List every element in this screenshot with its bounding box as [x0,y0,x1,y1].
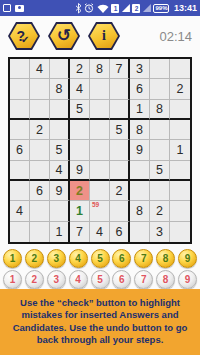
cell-r3c3[interactable] [50,100,70,120]
cell-r1c5[interactable]: 8 [90,59,110,79]
game-timer: 02:14 [159,29,192,44]
cell-r9c4[interactable]: 7 [70,222,90,242]
cell-r8c4[interactable]: 1 [70,201,90,221]
cell-r4c4[interactable] [70,120,90,140]
wifi-icon [97,4,109,13]
cell-r3c6[interactable] [110,100,130,120]
cell-r7c9[interactable] [170,181,190,201]
cell-r7c8[interactable] [150,181,170,201]
cell-r8c7[interactable]: 8 [130,201,150,221]
candidate-button-2[interactable]: 2 [25,270,44,289]
cell-r5c3[interactable]: 5 [50,140,70,160]
cell-r6c7[interactable] [130,161,150,181]
answer-button-8[interactable]: 8 [156,249,175,268]
cell-r5c7[interactable]: 9 [130,140,150,160]
cell-r2c1[interactable] [10,79,30,99]
info-button[interactable]: i [88,22,120,50]
cell-r7c5[interactable] [90,181,110,201]
instruction-footer: Use the “check” button to highlight mist… [0,289,200,355]
cell-r9c6[interactable]: 6 [110,222,130,242]
cell-r2c6[interactable] [110,79,130,99]
check-button[interactable]: ? ✔ [8,22,40,50]
cell-r5c4[interactable] [70,140,90,160]
answer-button-5[interactable]: 5 [91,249,110,268]
cell-r8c9[interactable] [170,201,190,221]
checkmark-icon: ✔ [21,34,29,45]
cell-r7c4[interactable]: 2 [70,181,90,201]
signal1-icon [122,4,130,12]
answer-button-1[interactable]: 1 [3,249,22,268]
sim1-icon: 1 [111,4,119,13]
cell-r6c6[interactable] [110,161,130,181]
candidate-button-4[interactable]: 4 [69,270,88,289]
cell-r6c9[interactable] [170,161,190,181]
candidate-button-5[interactable]: 5 [91,270,110,289]
cell-r9c2[interactable] [30,222,50,242]
answer-button-9[interactable]: 9 [178,249,197,268]
info-icon: i [102,28,106,44]
cell-r6c8[interactable]: 5 [150,161,170,181]
cell-r7c7[interactable] [130,181,150,201]
answer-button-3[interactable]: 3 [47,249,66,268]
cell-r2c3[interactable]: 8 [50,79,70,99]
candidate-button-6[interactable]: 6 [112,270,131,289]
cell-r3c8[interactable]: 8 [150,100,170,120]
cell-r2c7[interactable]: 6 [130,79,150,99]
cell-r3c1[interactable] [10,100,30,120]
cell-r1c1[interactable] [10,59,30,79]
cell-r6c1[interactable] [10,161,30,181]
answer-buttons-row: 123456789 [0,249,200,268]
cell-r6c2[interactable] [30,161,50,181]
cell-r8c3[interactable] [50,201,70,221]
candidate-button-3[interactable]: 3 [47,270,66,289]
cell-r1c7[interactable]: 3 [130,59,150,79]
cell-r9c5[interactable]: 4 [90,222,110,242]
cell-r1c8[interactable] [150,59,170,79]
grid-wrapper: 4287384625182586591495692241598217463 [0,56,200,244]
cell-r6c5[interactable] [90,161,110,181]
cell-r4c3[interactable] [50,120,70,140]
candidate-buttons-row: 123456789 [0,270,200,289]
cell-r1c2[interactable]: 4 [30,59,50,79]
answer-button-6[interactable]: 6 [112,249,131,268]
cell-r4c2[interactable]: 2 [30,120,50,140]
cell-r7c2[interactable]: 6 [30,181,50,201]
cell-r1c6[interactable]: 7 [110,59,130,79]
cell-r2c4[interactable]: 4 [70,79,90,99]
cell-r4c7[interactable]: 8 [130,120,150,140]
cell-r8c8[interactable]: 2 [150,201,170,221]
cell-r9c9[interactable] [170,222,190,242]
cell-r5c6[interactable] [110,140,130,160]
cell-r1c9[interactable] [170,59,190,79]
status-time: 13:41 [174,3,197,13]
candidate-button-1[interactable]: 1 [3,270,22,289]
cell-r8c6[interactable] [110,201,130,221]
cell-r4c6[interactable]: 5 [110,120,130,140]
screenshot-icon [3,4,11,12]
cell-r1c4[interactable]: 2 [70,59,90,79]
cell-r9c1[interactable] [10,222,30,242]
cell-r8c2[interactable] [30,201,50,221]
cell-r4c9[interactable] [170,120,190,140]
cell-r7c6[interactable]: 2 [110,181,130,201]
cell-r6c3[interactable]: 4 [50,161,70,181]
undo-arrow-icon: ↺ [57,27,71,44]
status-bar: 1 2 99% 13:41 [0,0,200,16]
cell-r9c3[interactable]: 1 [50,222,70,242]
cell-r4c8[interactable] [150,120,170,140]
signal2-icon [143,4,151,12]
cell-r5c2[interactable] [30,140,50,160]
cell-r4c1[interactable] [10,120,30,140]
cell-r3c9[interactable] [170,100,190,120]
candidate-button-7[interactable]: 7 [134,270,153,289]
candidate-button-8[interactable]: 8 [156,270,175,289]
cell-r3c2[interactable] [30,100,50,120]
cell-r7c3[interactable]: 9 [50,181,70,201]
cell-r3c5[interactable] [90,100,110,120]
undo-button[interactable]: ↺ [48,22,80,50]
cell-r9c7[interactable] [130,222,150,242]
candidate-notes: 59 [92,201,99,208]
cell-r5c1[interactable]: 6 [10,140,30,160]
cell-r8c1[interactable]: 4 [10,201,30,221]
cell-r5c5[interactable] [90,140,110,160]
cell-r5c9[interactable]: 1 [170,140,190,160]
cell-r2c5[interactable] [90,79,110,99]
cell-r9c8[interactable]: 3 [150,222,170,242]
cell-r3c4[interactable]: 5 [70,100,90,120]
candidate-button-9[interactable]: 9 [178,270,197,289]
camera-icon [15,5,24,12]
cell-r4c5[interactable] [90,120,110,140]
cell-r2c8[interactable] [150,79,170,99]
sim2-icon: 2 [132,4,140,13]
bluetooth-icon [75,3,82,14]
cell-r7c1[interactable] [10,181,30,201]
alarm-clock-icon [84,3,94,13]
sudoku-grid: 4287384625182586591495692241598217463 [8,57,192,244]
battery-icon: 99% [153,4,169,13]
cell-r5c8[interactable] [150,140,170,160]
toolbar: ? ✔ ↺ i 02:14 [0,16,200,56]
answer-button-7[interactable]: 7 [134,249,153,268]
cell-r6c4[interactable]: 9 [70,161,90,181]
cell-r8c5[interactable]: 59 [90,201,110,221]
answer-button-2[interactable]: 2 [25,249,44,268]
answer-button-4[interactable]: 4 [69,249,88,268]
cell-r2c9[interactable]: 2 [170,79,190,99]
cell-r2c2[interactable] [30,79,50,99]
cell-r3c7[interactable]: 1 [130,100,150,120]
cell-r1c3[interactable] [50,59,70,79]
